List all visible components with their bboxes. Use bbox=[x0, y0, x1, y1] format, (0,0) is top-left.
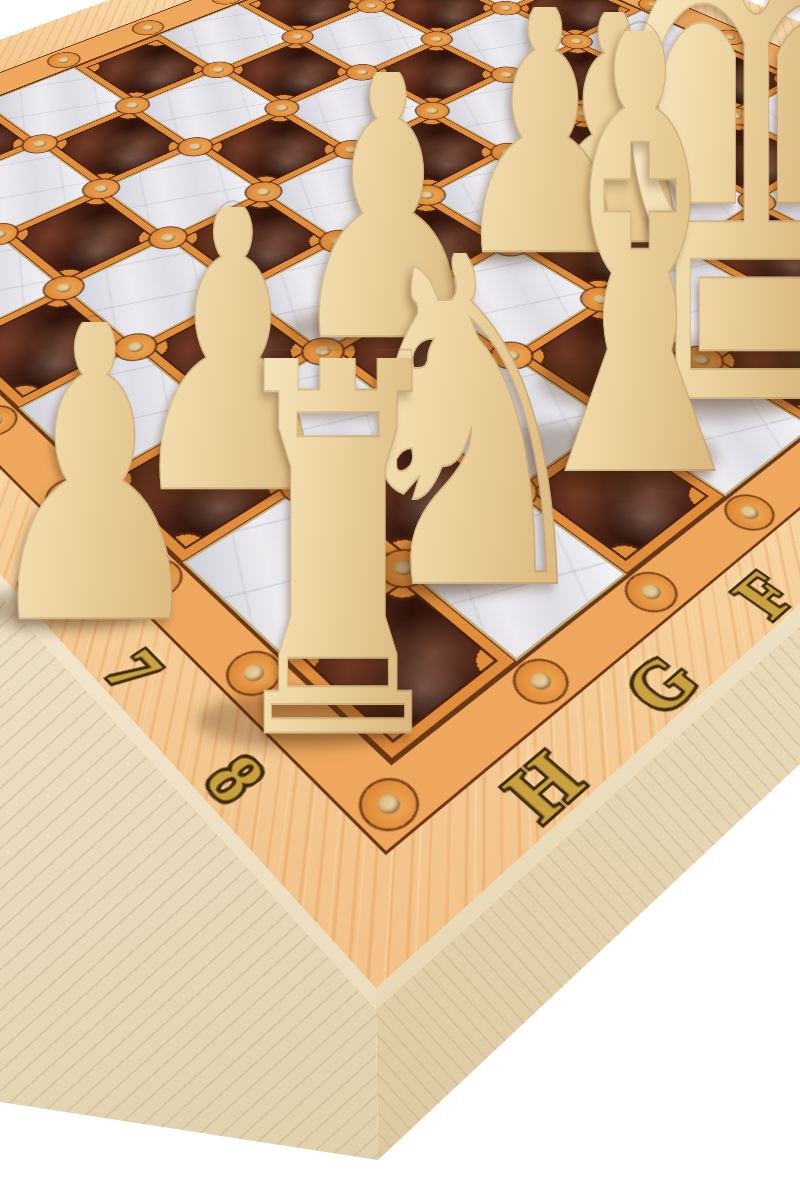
pieces-layer: ♚♝♞♜♟♟♟♟♟ bbox=[0, 0, 800, 1200]
chess-photo-scene: { "game": "chess", "scene": { "descripti… bbox=[0, 0, 800, 1200]
piece-white-rook-h8: ♜ bbox=[188, 358, 488, 738]
